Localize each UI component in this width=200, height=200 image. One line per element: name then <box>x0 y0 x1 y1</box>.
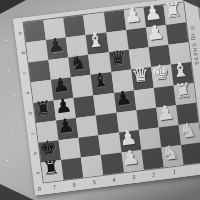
square-b3[interactable] <box>139 127 161 149</box>
square-h8[interactable] <box>24 20 46 42</box>
square-g2[interactable]: ♟ <box>146 25 168 47</box>
square-h1[interactable]: ♜ <box>163 3 185 25</box>
square-h4[interactable] <box>103 10 125 32</box>
square-f8[interactable] <box>29 60 51 82</box>
black-bishop-e5[interactable]: ♝ <box>91 69 110 91</box>
white-knight-a2[interactable]: ♞ <box>161 141 180 163</box>
square-e5[interactable]: ♝ <box>91 73 113 95</box>
square-d4[interactable]: ♟ <box>114 90 136 112</box>
corner-shadow-bottom-left <box>0 184 34 200</box>
square-b1[interactable]: ♞ <box>178 122 200 144</box>
white-knight-b1[interactable]: ♞ <box>178 119 197 141</box>
black-pawn-c7[interactable]: ♟ <box>56 114 75 136</box>
square-g3[interactable] <box>126 28 148 50</box>
white-queen-e3[interactable]: ♛ <box>131 64 150 86</box>
square-c7[interactable]: ♟ <box>56 117 78 139</box>
square-b5[interactable] <box>99 132 121 154</box>
white-bishop-g5[interactable]: ♝ <box>86 29 105 51</box>
chess-board: hgfedcba ♟♟♜♟♝♟♞♛♟♝♛♚♝♜♟♟♜♟♟♚♟♞♜♟♞ © IQ … <box>13 0 200 196</box>
black-pawn-d4[interactable]: ♟ <box>114 86 133 108</box>
photo-frame: hgfedcba ♟♟♜♟♝♟♞♛♟♝♛♚♝♜♟♟♜♟♟♚♟♞♜♟♞ © IQ … <box>0 0 200 200</box>
square-f6[interactable]: ♞ <box>69 55 91 77</box>
square-h6[interactable] <box>63 15 85 37</box>
white-pawn-h3[interactable]: ♟ <box>123 4 142 26</box>
square-d3[interactable] <box>133 87 155 109</box>
square-d8[interactable]: ♜ <box>34 100 56 122</box>
square-e2[interactable]: ♚ <box>151 65 173 87</box>
square-c3[interactable] <box>136 107 158 129</box>
square-c2[interactable]: ♟ <box>156 105 178 127</box>
black-knight-f6[interactable]: ♞ <box>69 51 88 73</box>
square-f4[interactable]: ♛ <box>108 50 130 72</box>
board-squares: ♟♟♜♟♝♟♞♛♟♝♛♚♝♜♟♟♜♟♟♚♟♞♜♟♞ <box>24 3 200 183</box>
table-speckles <box>6 40 7 41</box>
white-pawn-c2[interactable]: ♟ <box>156 101 175 123</box>
square-d1[interactable]: ♜ <box>173 82 195 104</box>
white-king-e2[interactable]: ♚ <box>151 61 170 83</box>
square-e3[interactable]: ♛ <box>131 67 153 89</box>
square-g1[interactable] <box>166 22 188 44</box>
brand-text: © IQ CHESS <box>189 24 200 66</box>
square-d5[interactable] <box>94 92 116 114</box>
black-queen-f4[interactable]: ♛ <box>108 46 127 68</box>
square-g5[interactable]: ♝ <box>86 33 108 55</box>
square-a1[interactable] <box>181 142 200 164</box>
corner-shadow-top-left <box>0 0 26 14</box>
white-rook-h1[interactable]: ♜ <box>163 0 182 21</box>
square-e6[interactable] <box>71 75 93 97</box>
square-g8[interactable] <box>26 40 48 62</box>
square-d6[interactable] <box>74 95 96 117</box>
square-c6[interactable] <box>76 115 98 137</box>
square-g7[interactable]: ♟ <box>46 38 68 60</box>
black-pawn-g7[interactable]: ♟ <box>46 34 65 56</box>
square-b7[interactable] <box>59 137 81 159</box>
square-c5[interactable] <box>96 112 118 134</box>
black-rook-d8[interactable]: ♜ <box>34 96 53 118</box>
white-rook-d1[interactable]: ♜ <box>173 79 192 101</box>
square-b6[interactable] <box>79 135 101 157</box>
white-pawn-g2[interactable]: ♟ <box>146 21 165 43</box>
black-rook-a8[interactable]: ♜ <box>41 156 60 178</box>
square-h3[interactable]: ♟ <box>123 8 145 30</box>
white-pawn-a4[interactable]: ♟ <box>121 146 140 168</box>
